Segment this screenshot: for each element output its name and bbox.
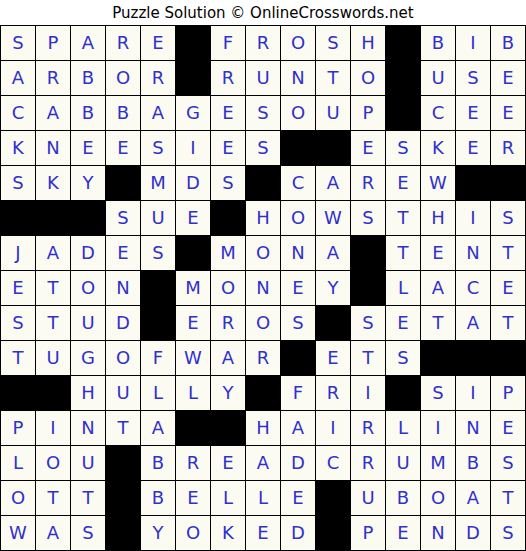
letter-cell-r4c11: E [351, 131, 385, 165]
letter-cell-r11c4: U [106, 376, 140, 410]
letter-cell-r5c13: W [421, 166, 455, 200]
letter-cell-r7c2: A [36, 236, 70, 270]
letter-cell-r7c13: E [421, 236, 455, 270]
letter-cell-r6c12: T [386, 201, 420, 235]
letter-cell-r6c8: H [246, 201, 280, 235]
letter-cell-r4c1: K [1, 131, 35, 165]
letter-cell-r12c13: I [421, 411, 455, 445]
block-cell-r5c4 [106, 166, 140, 200]
letter-cell-r12c14: N [456, 411, 490, 445]
block-cell-r4c10 [316, 131, 350, 165]
block-cell-r10c15 [491, 341, 525, 375]
letter-cell-r10c10: E [316, 341, 350, 375]
letter-cell-r5c11: R [351, 166, 385, 200]
letter-cell-r5c12: E [386, 166, 420, 200]
letter-cell-r1c9: O [281, 26, 315, 60]
letter-cell-r15c14: D [456, 516, 490, 550]
letter-cell-r9c1: S [1, 306, 35, 340]
letter-cell-r14c5: B [141, 481, 175, 515]
block-cell-r10c9 [281, 341, 315, 375]
puzzle-solution-page: Puzzle Solution © OnlineCrosswords.net S… [0, 0, 526, 551]
letter-cell-r1c7: F [211, 26, 245, 60]
letter-cell-r15c6: O [176, 516, 210, 550]
letter-cell-r14c12: B [386, 481, 420, 515]
letter-cell-r5c3: Y [71, 166, 105, 200]
letter-cell-r5c1: S [1, 166, 35, 200]
letter-cell-r5c5: M [141, 166, 175, 200]
letter-cell-r6c13: H [421, 201, 455, 235]
letter-cell-r4c15: R [491, 131, 525, 165]
letter-cell-r13c12: U [386, 446, 420, 480]
letter-cell-r3c10: U [316, 96, 350, 130]
letter-cell-r8c9: E [281, 271, 315, 305]
letter-cell-r14c3: T [71, 481, 105, 515]
letter-cell-r4c14: E [456, 131, 490, 165]
letter-cell-r11c5: L [141, 376, 175, 410]
letter-cell-r1c2: P [36, 26, 70, 60]
letter-cell-r13c9: D [281, 446, 315, 480]
letter-cell-r15c12: E [386, 516, 420, 550]
letter-cell-r14c6: E [176, 481, 210, 515]
letter-cell-r15c15: S [491, 516, 525, 550]
letter-cell-r14c1: O [1, 481, 35, 515]
block-cell-r6c2 [36, 201, 70, 235]
letter-cell-r1c15: B [491, 26, 525, 60]
letter-cell-r15c11: P [351, 516, 385, 550]
letter-cell-r9c4: D [106, 306, 140, 340]
letter-cell-r12c10: I [316, 411, 350, 445]
block-cell-r12c6 [176, 411, 210, 445]
letter-cell-r8c10: Y [316, 271, 350, 305]
letter-cell-r10c6: W [176, 341, 210, 375]
letter-cell-r1c5: E [141, 26, 175, 60]
letter-cell-r11c3: H [71, 376, 105, 410]
letter-cell-r9c11: S [351, 306, 385, 340]
letter-cell-r6c10: W [316, 201, 350, 235]
letter-cell-r3c5: A [141, 96, 175, 130]
letter-cell-r12c5: A [141, 411, 175, 445]
letter-cell-r4c8: S [246, 131, 280, 165]
letter-cell-r8c2: T [36, 271, 70, 305]
letter-cell-r8c7: O [211, 271, 245, 305]
letter-cell-r10c7: A [211, 341, 245, 375]
letter-cell-r15c1: W [1, 516, 35, 550]
letter-cell-r13c13: M [421, 446, 455, 480]
letter-cell-r8c12: L [386, 271, 420, 305]
block-cell-r8c11 [351, 271, 385, 305]
block-cell-r10c13 [421, 341, 455, 375]
letter-cell-r2c9: N [281, 61, 315, 95]
letter-cell-r15c3: S [71, 516, 105, 550]
letter-cell-r2c14: S [456, 61, 490, 95]
block-cell-r1c6 [176, 26, 210, 60]
letter-cell-r14c2: T [36, 481, 70, 515]
letter-cell-r9c13: T [421, 306, 455, 340]
letter-cell-r1c3: A [71, 26, 105, 60]
letter-cell-r4c2: N [36, 131, 70, 165]
letter-cell-r2c5: R [141, 61, 175, 95]
letter-cell-r9c2: T [36, 306, 70, 340]
letter-cell-r11c10: R [316, 376, 350, 410]
letter-cell-r6c14: I [456, 201, 490, 235]
letter-cell-r13c1: L [1, 446, 35, 480]
letter-cell-r3c2: A [36, 96, 70, 130]
letter-cell-r8c1: E [1, 271, 35, 305]
letter-cell-r15c2: A [36, 516, 70, 550]
letter-cell-r2c15: E [491, 61, 525, 95]
letter-cell-r1c14: I [456, 26, 490, 60]
letter-cell-r4c6: I [176, 131, 210, 165]
block-cell-r1c12 [386, 26, 420, 60]
letter-cell-r13c10: C [316, 446, 350, 480]
letter-cell-r10c12: S [386, 341, 420, 375]
letter-cell-r1c11: H [351, 26, 385, 60]
letter-cell-r12c8: H [246, 411, 280, 445]
block-cell-r15c10 [316, 516, 350, 550]
letter-cell-r6c15: S [491, 201, 525, 235]
letter-cell-r6c4: S [106, 201, 140, 235]
letter-cell-r3c9: O [281, 96, 315, 130]
letter-cell-r9c7: R [211, 306, 245, 340]
letter-cell-r14c8: L [246, 481, 280, 515]
letter-cell-r14c14: A [456, 481, 490, 515]
letter-cell-r7c15: T [491, 236, 525, 270]
letter-cell-r1c4: R [106, 26, 140, 60]
letter-cell-r8c13: A [421, 271, 455, 305]
block-cell-r11c8 [246, 376, 280, 410]
letter-cell-r13c15: S [491, 446, 525, 480]
letter-cell-r4c4: E [106, 131, 140, 165]
letter-cell-r6c11: S [351, 201, 385, 235]
letter-cell-r11c14: I [456, 376, 490, 410]
letter-cell-r7c4: E [106, 236, 140, 270]
letter-cell-r9c15: T [491, 306, 525, 340]
letter-cell-r15c8: E [246, 516, 280, 550]
letter-cell-r7c3: D [71, 236, 105, 270]
letter-cell-r12c3: N [71, 411, 105, 445]
letter-cell-r3c7: E [211, 96, 245, 130]
letter-cell-r15c5: Y [141, 516, 175, 550]
letter-cell-r4c12: S [386, 131, 420, 165]
block-cell-r12c7 [211, 411, 245, 445]
letter-cell-r7c5: S [141, 236, 175, 270]
letter-cell-r4c5: S [141, 131, 175, 165]
letter-cell-r3c1: C [1, 96, 35, 130]
letter-cell-r2c4: O [106, 61, 140, 95]
letter-cell-r8c15: E [491, 271, 525, 305]
letter-cell-r9c12: E [386, 306, 420, 340]
block-cell-r6c1 [1, 201, 35, 235]
letter-cell-r5c2: K [36, 166, 70, 200]
block-cell-r5c15 [491, 166, 525, 200]
block-cell-r7c6 [176, 236, 210, 270]
letter-cell-r14c15: T [491, 481, 525, 515]
block-cell-r10c14 [456, 341, 490, 375]
letter-cell-r5c7: S [211, 166, 245, 200]
letter-cell-r11c11: I [351, 376, 385, 410]
letter-cell-r10c11: T [351, 341, 385, 375]
letter-cell-r13c6: R [176, 446, 210, 480]
letter-cell-r12c2: I [36, 411, 70, 445]
letter-cell-r11c6: L [176, 376, 210, 410]
letter-cell-r14c13: O [421, 481, 455, 515]
letter-cell-r13c3: U [71, 446, 105, 480]
letter-cell-r8c6: M [176, 271, 210, 305]
letter-cell-r2c8: U [246, 61, 280, 95]
block-cell-r5c14 [456, 166, 490, 200]
block-cell-r13c4 [106, 446, 140, 480]
letter-cell-r3c6: G [176, 96, 210, 130]
letter-cell-r10c3: G [71, 341, 105, 375]
block-cell-r2c6 [176, 61, 210, 95]
letter-cell-r7c1: J [1, 236, 35, 270]
letter-cell-r3c15: E [491, 96, 525, 130]
letter-cell-r15c7: K [211, 516, 245, 550]
letter-cell-r2c3: B [71, 61, 105, 95]
letter-cell-r7c7: M [211, 236, 245, 270]
letter-cell-r12c15: E [491, 411, 525, 445]
letter-cell-r12c4: T [106, 411, 140, 445]
letter-cell-r10c8: R [246, 341, 280, 375]
letter-cell-r3c13: C [421, 96, 455, 130]
letter-cell-r5c10: A [316, 166, 350, 200]
letter-cell-r10c4: O [106, 341, 140, 375]
letter-cell-r9c14: A [456, 306, 490, 340]
letter-cell-r3c8: S [246, 96, 280, 130]
letter-cell-r12c1: P [1, 411, 35, 445]
letter-cell-r13c11: R [351, 446, 385, 480]
letter-cell-r10c5: F [141, 341, 175, 375]
letter-cell-r2c13: U [421, 61, 455, 95]
block-cell-r11c12 [386, 376, 420, 410]
letter-cell-r7c14: N [456, 236, 490, 270]
block-cell-r15c4 [106, 516, 140, 550]
letter-cell-r1c1: S [1, 26, 35, 60]
letter-cell-r10c1: T [1, 341, 35, 375]
letter-cell-r9c8: O [246, 306, 280, 340]
crossword-grid: SPAREFROSHBIBARBORRUNTOUSECABBAGESOUPCEE… [0, 25, 526, 551]
letter-cell-r1c10: S [316, 26, 350, 60]
block-cell-r8c5 [141, 271, 175, 305]
letter-cell-r3c14: E [456, 96, 490, 130]
letter-cell-r15c9: D [281, 516, 315, 550]
letter-cell-r2c11: O [351, 61, 385, 95]
letter-cell-r6c6: E [176, 201, 210, 235]
letter-cell-r3c11: P [351, 96, 385, 130]
letter-cell-r11c7: Y [211, 376, 245, 410]
letter-cell-r9c9: S [281, 306, 315, 340]
letter-cell-r9c3: U [71, 306, 105, 340]
letter-cell-r11c15: P [491, 376, 525, 410]
letter-cell-r6c5: U [141, 201, 175, 235]
letter-cell-r7c9: N [281, 236, 315, 270]
letter-cell-r6c9: O [281, 201, 315, 235]
letter-cell-r13c8: A [246, 446, 280, 480]
block-cell-r7c11 [351, 236, 385, 270]
letter-cell-r1c13: B [421, 26, 455, 60]
letter-cell-r15c13: N [421, 516, 455, 550]
block-cell-r14c4 [106, 481, 140, 515]
block-cell-r2c12 [386, 61, 420, 95]
page-title: Puzzle Solution © OnlineCrosswords.net [112, 4, 413, 22]
letter-cell-r13c14: B [456, 446, 490, 480]
block-cell-r6c3 [71, 201, 105, 235]
block-cell-r9c5 [141, 306, 175, 340]
block-cell-r14c10 [316, 481, 350, 515]
letter-cell-r2c1: A [1, 61, 35, 95]
block-cell-r4c9 [281, 131, 315, 165]
letter-cell-r13c2: O [36, 446, 70, 480]
block-cell-r6c7 [211, 201, 245, 235]
letter-cell-r12c12: L [386, 411, 420, 445]
letter-cell-r1c8: R [246, 26, 280, 60]
letter-cell-r14c9: E [281, 481, 315, 515]
letter-cell-r3c4: B [106, 96, 140, 130]
letter-cell-r12c11: R [351, 411, 385, 445]
letter-cell-r11c9: F [281, 376, 315, 410]
letter-cell-r2c7: R [211, 61, 245, 95]
letter-cell-r9c6: E [176, 306, 210, 340]
letter-cell-r7c8: O [246, 236, 280, 270]
letter-cell-r2c10: T [316, 61, 350, 95]
block-cell-r11c1 [1, 376, 35, 410]
block-cell-r9c10 [316, 306, 350, 340]
letter-cell-r2c2: R [36, 61, 70, 95]
letter-cell-r3c3: B [71, 96, 105, 130]
letter-cell-r4c7: E [211, 131, 245, 165]
letter-cell-r12c9: A [281, 411, 315, 445]
letter-cell-r7c12: T [386, 236, 420, 270]
letter-cell-r14c11: U [351, 481, 385, 515]
letter-cell-r5c9: C [281, 166, 315, 200]
letter-cell-r4c3: E [71, 131, 105, 165]
letter-cell-r8c8: N [246, 271, 280, 305]
letter-cell-r11c13: S [421, 376, 455, 410]
letter-cell-r4c13: K [421, 131, 455, 165]
letter-cell-r14c7: L [211, 481, 245, 515]
letter-cell-r13c5: B [141, 446, 175, 480]
letter-cell-r13c7: E [211, 446, 245, 480]
title-bar: Puzzle Solution © OnlineCrosswords.net [0, 0, 526, 25]
letter-cell-r10c2: U [36, 341, 70, 375]
block-cell-r5c8 [246, 166, 280, 200]
block-cell-r11c2 [36, 376, 70, 410]
letter-cell-r7c10: A [316, 236, 350, 270]
block-cell-r3c12 [386, 96, 420, 130]
letter-cell-r8c4: N [106, 271, 140, 305]
letter-cell-r5c6: D [176, 166, 210, 200]
letter-cell-r8c3: O [71, 271, 105, 305]
letter-cell-r8c14: C [456, 271, 490, 305]
